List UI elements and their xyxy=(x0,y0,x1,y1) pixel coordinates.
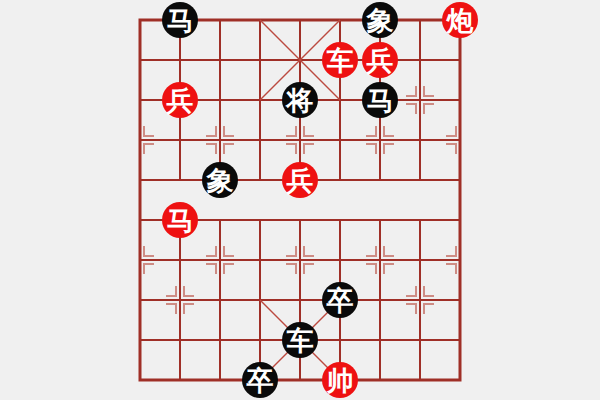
piece-red-soldier[interactable]: 兵 xyxy=(162,82,198,118)
piece-red-general[interactable]: 帅 xyxy=(322,362,358,398)
xiangqi-board: 马象炮车兵兵将马象兵马卒车卒帅 xyxy=(0,0,600,400)
piece-black-soldier[interactable]: 卒 xyxy=(242,362,278,398)
piece-red-chariot[interactable]: 车 xyxy=(322,42,358,78)
piece-red-cannon[interactable]: 炮 xyxy=(442,2,478,38)
piece-black-general[interactable]: 将 xyxy=(282,82,318,118)
piece-red-soldier[interactable]: 兵 xyxy=(282,162,318,198)
piece-black-elephant[interactable]: 象 xyxy=(202,162,238,198)
piece-black-horse[interactable]: 马 xyxy=(362,82,398,118)
piece-black-soldier[interactable]: 卒 xyxy=(322,282,358,318)
piece-red-horse[interactable]: 马 xyxy=(162,202,198,238)
piece-black-elephant[interactable]: 象 xyxy=(362,2,398,38)
piece-black-chariot[interactable]: 车 xyxy=(282,322,318,358)
piece-black-horse[interactable]: 马 xyxy=(162,2,198,38)
piece-red-soldier[interactable]: 兵 xyxy=(362,42,398,78)
